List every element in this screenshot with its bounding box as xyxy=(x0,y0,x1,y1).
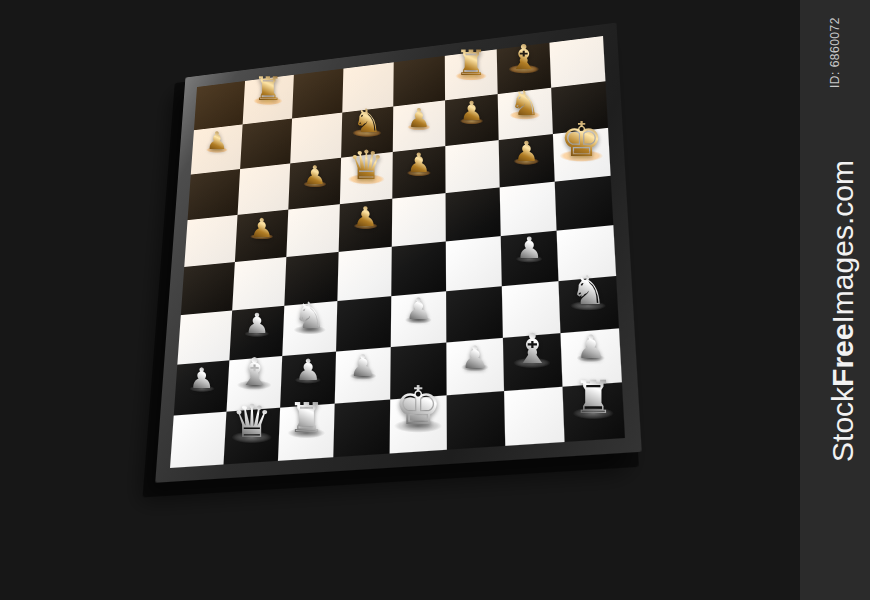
watermark-site-free: Free xyxy=(826,324,859,387)
square-b4[interactable] xyxy=(232,257,286,310)
gold-pawn-e6[interactable]: ♟ xyxy=(407,150,431,177)
watermark-site-rest: Images.com xyxy=(826,160,859,323)
square-c7[interactable] xyxy=(290,113,342,164)
silver-knight-h3[interactable]: ♞ xyxy=(571,272,607,312)
watermark-site-stock: Stock xyxy=(826,387,859,462)
gold-rook-f8[interactable]: ♜ xyxy=(455,46,486,81)
square-d4[interactable] xyxy=(337,247,391,301)
square-e8[interactable] xyxy=(393,56,445,107)
silver-pawn-e3[interactable]: ♟ xyxy=(405,295,431,324)
gold-king-h6[interactable]: ♚ xyxy=(560,115,603,163)
gold-pawn-g6[interactable]: ♟ xyxy=(514,138,539,166)
gold-queen-d6[interactable]: ♛ xyxy=(348,145,384,185)
square-a1[interactable] xyxy=(170,412,226,468)
square-e5[interactable] xyxy=(392,193,446,247)
square-a8[interactable] xyxy=(194,81,245,130)
silver-pawn-c2[interactable]: ♟ xyxy=(295,355,321,384)
silver-pawn-a2[interactable]: ♟ xyxy=(189,365,214,393)
gold-pawn-b5[interactable]: ♟ xyxy=(250,214,274,240)
silver-bishop-g2[interactable]: ♝ xyxy=(514,328,551,370)
square-d3[interactable] xyxy=(336,296,391,351)
silver-bishop-b2[interactable]: ♝ xyxy=(237,353,271,391)
square-h8[interactable] xyxy=(549,36,605,88)
square-c5[interactable] xyxy=(286,204,340,257)
square-g5[interactable] xyxy=(500,182,557,236)
square-h5[interactable] xyxy=(555,176,614,231)
scene: ♜♜♝♟♞♟♟♞♟♛♟♟♚♟♟♟♟♞♟♞♟♝♟♟♟♝♟♛♜♚♜ ID: 6860… xyxy=(0,0,870,600)
square-e4[interactable] xyxy=(391,241,446,296)
silver-pawn-h2[interactable]: ♟ xyxy=(576,331,605,363)
silver-pawn-f2[interactable]: ♟ xyxy=(461,341,489,372)
silver-pawn-b3[interactable]: ♟ xyxy=(244,310,269,338)
gold-knight-g7[interactable]: ♞ xyxy=(510,86,541,120)
watermark-site-name: StockFreeImages.com xyxy=(826,129,860,494)
silver-pawn-d2[interactable]: ♟ xyxy=(349,351,376,381)
gold-pawn-e7[interactable]: ♟ xyxy=(407,105,430,131)
square-a3[interactable] xyxy=(177,310,232,364)
silver-rook-h1[interactable]: ♜ xyxy=(573,375,614,420)
gold-pawn-c6[interactable]: ♟ xyxy=(303,162,326,188)
watermark-image-id: ID: 6860072 xyxy=(828,28,842,88)
gold-knight-d7[interactable]: ♞ xyxy=(353,105,382,138)
gold-pawn-f7[interactable]: ♟ xyxy=(460,98,484,124)
gold-rook-b8[interactable]: ♜ xyxy=(254,73,283,106)
square-b6[interactable] xyxy=(238,163,291,214)
square-f1[interactable] xyxy=(447,391,506,450)
gold-pawn-d5[interactable]: ♟ xyxy=(353,203,377,230)
square-g1[interactable] xyxy=(504,387,565,446)
silver-queen-b1[interactable]: ♛ xyxy=(232,399,273,444)
square-a5[interactable] xyxy=(184,215,237,267)
gold-bishop-g8[interactable]: ♝ xyxy=(508,40,539,74)
square-f6[interactable] xyxy=(445,140,499,193)
square-c8[interactable] xyxy=(292,69,343,119)
silver-king-e1[interactable]: ♚ xyxy=(394,381,442,434)
square-f4[interactable] xyxy=(446,236,502,291)
square-f5[interactable] xyxy=(446,187,501,241)
square-a4[interactable] xyxy=(181,262,235,315)
silver-knight-c3[interactable]: ♞ xyxy=(294,299,327,335)
square-f3[interactable] xyxy=(446,286,503,342)
gold-pawn-a7[interactable]: ♟ xyxy=(206,130,228,154)
square-a6[interactable] xyxy=(188,169,241,220)
silver-rook-c1[interactable]: ♜ xyxy=(288,398,325,439)
silver-pawn-g4[interactable]: ♟ xyxy=(516,234,543,264)
square-d1[interactable] xyxy=(333,400,390,458)
square-b7[interactable] xyxy=(240,119,292,170)
